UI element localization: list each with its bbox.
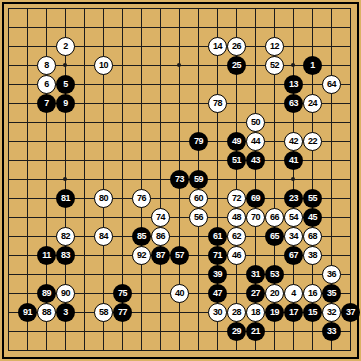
stone-move-number: 81 [61,194,70,203]
stone-move-number: 44 [251,137,260,146]
stone-black-17: 17 [284,303,303,322]
stone-white-10: 10 [94,56,113,75]
stone-move-number: 43 [251,156,260,165]
stone-white-62: 62 [227,227,246,246]
stone-white-42: 42 [284,132,303,151]
stone-move-number: 39 [213,270,222,279]
stone-white-60: 60 [189,189,208,208]
stone-black-3: 3 [56,303,75,322]
stone-white-80: 80 [94,189,113,208]
stone-white-22: 22 [303,132,322,151]
stone-move-number: 73 [175,175,184,184]
stone-move-number: 90 [61,289,70,298]
stone-black-61: 61 [208,227,227,246]
stone-move-number: 74 [156,213,165,222]
stone-move-number: 46 [232,251,241,260]
stone-move-number: 26 [232,42,241,51]
stone-move-number: 47 [213,289,222,298]
stone-black-79: 79 [189,132,208,151]
stone-black-55: 55 [303,189,322,208]
stone-move-number: 24 [308,99,317,108]
stone-move-number: 19 [270,308,279,317]
stone-move-number: 23 [289,194,298,203]
stone-move-number: 34 [289,232,298,241]
stone-black-29: 29 [227,322,246,341]
stone-move-number: 89 [42,289,51,298]
stone-move-number: 28 [232,308,241,317]
stone-move-number: 83 [61,251,70,260]
stone-white-28: 28 [227,303,246,322]
stone-move-number: 58 [99,308,108,317]
stone-white-32: 32 [322,303,341,322]
stone-black-83: 83 [56,246,75,265]
stone-white-12: 12 [265,37,284,56]
stone-move-number: 17 [289,308,298,317]
stone-white-16: 16 [303,284,322,303]
stone-white-84: 84 [94,227,113,246]
stone-black-11: 11 [37,246,56,265]
stone-move-number: 14 [213,42,222,51]
stone-black-7: 7 [37,94,56,113]
stone-black-63: 63 [284,94,303,113]
stone-black-69: 69 [246,189,265,208]
stone-white-68: 68 [303,227,322,246]
stone-white-52: 52 [265,56,284,75]
stone-move-number: 66 [270,213,279,222]
stone-move-number: 5 [63,80,68,89]
stone-black-1: 1 [303,56,322,75]
stone-black-27: 27 [246,284,265,303]
stone-white-24: 24 [303,94,322,113]
stone-move-number: 65 [270,232,279,241]
stone-move-number: 48 [232,213,241,222]
stone-black-19: 19 [265,303,284,322]
stone-move-number: 72 [232,194,241,203]
stone-black-45: 45 [303,208,322,227]
stone-move-number: 11 [42,251,51,260]
stone-black-91: 91 [18,303,37,322]
stone-white-26: 26 [227,37,246,56]
stone-move-number: 67 [289,251,298,260]
stone-move-number: 61 [213,232,222,241]
stone-white-92: 92 [132,246,151,265]
stone-move-number: 75 [118,289,127,298]
stone-move-number: 3 [63,308,68,317]
stone-move-number: 68 [308,232,317,241]
stone-white-44: 44 [246,132,265,151]
stone-black-71: 71 [208,246,227,265]
stone-black-53: 53 [265,265,284,284]
stone-black-77: 77 [113,303,132,322]
stone-white-64: 64 [322,75,341,94]
stone-black-39: 39 [208,265,227,284]
stone-black-73: 73 [170,170,189,189]
stone-white-88: 88 [37,303,56,322]
stone-move-number: 16 [308,289,317,298]
stone-move-number: 80 [99,194,108,203]
stone-move-number: 30 [213,308,222,317]
stone-move-number: 12 [270,42,279,51]
stone-move-number: 84 [99,232,108,241]
stone-white-72: 72 [227,189,246,208]
stone-black-41: 41 [284,151,303,170]
stone-move-number: 8 [44,61,49,70]
stone-black-51: 51 [227,151,246,170]
stone-black-9: 9 [56,94,75,113]
stone-move-number: 13 [289,80,298,89]
stone-move-number: 50 [251,118,260,127]
stone-move-number: 6 [44,80,49,89]
stone-move-number: 76 [137,194,146,203]
stone-black-89: 89 [37,284,56,303]
stone-move-number: 56 [194,213,203,222]
stone-white-82: 82 [56,227,75,246]
stone-move-number: 70 [251,213,260,222]
stone-white-6: 6 [37,75,56,94]
stone-move-number: 78 [213,99,222,108]
stone-black-47: 47 [208,284,227,303]
stone-move-number: 37 [346,308,355,317]
stone-move-number: 60 [194,194,203,203]
stone-black-33: 33 [322,322,341,341]
stone-black-81: 81 [56,189,75,208]
stone-move-number: 53 [270,270,279,279]
stone-move-number: 29 [232,327,241,336]
stone-move-number: 32 [327,308,336,317]
stone-black-31: 31 [246,265,265,284]
stone-move-number: 27 [251,289,260,298]
stone-move-number: 64 [327,80,336,89]
stone-white-58: 58 [94,303,113,322]
stone-black-37: 37 [341,303,360,322]
stone-white-4: 4 [284,284,303,303]
stone-white-54: 54 [284,208,303,227]
go-board[interactable]: 1234567891011121314151617181920212223242… [0,0,361,361]
stone-white-66: 66 [265,208,284,227]
stone-move-number: 41 [289,156,298,165]
stone-move-number: 85 [137,232,146,241]
stone-move-number: 9 [63,99,68,108]
stone-white-18: 18 [246,303,265,322]
stone-move-number: 20 [270,289,279,298]
stone-white-20: 20 [265,284,284,303]
stone-black-13: 13 [284,75,303,94]
stone-move-number: 54 [289,213,298,222]
stone-move-number: 2 [63,42,68,51]
stone-move-number: 38 [308,251,317,260]
stone-move-number: 59 [194,175,203,184]
stone-move-number: 91 [23,308,32,317]
stone-move-number: 31 [251,270,260,279]
stone-move-number: 4 [291,289,296,298]
stone-move-number: 10 [99,61,108,70]
stone-white-70: 70 [246,208,265,227]
stone-white-8: 8 [37,56,56,75]
stone-black-67: 67 [284,246,303,265]
stone-move-number: 92 [137,251,146,260]
stone-move-number: 21 [251,327,260,336]
stone-move-number: 35 [327,289,336,298]
stone-black-59: 59 [189,170,208,189]
stone-move-number: 77 [118,308,127,317]
stone-black-25: 25 [227,56,246,75]
stone-move-number: 52 [270,61,279,70]
stone-white-38: 38 [303,246,322,265]
stone-move-number: 69 [251,194,260,203]
stone-black-75: 75 [113,284,132,303]
stone-white-46: 46 [227,246,246,265]
stone-move-number: 82 [61,232,70,241]
stone-black-65: 65 [265,227,284,246]
stone-move-number: 57 [175,251,184,260]
stone-black-21: 21 [246,322,265,341]
stone-black-43: 43 [246,151,265,170]
stone-white-78: 78 [208,94,227,113]
stone-move-number: 42 [289,137,298,146]
stones-grid: 1234567891011121314151617181920212223242… [0,0,360,360]
stone-move-number: 79 [194,137,203,146]
stone-move-number: 63 [289,99,298,108]
stone-black-49: 49 [227,132,246,151]
stone-move-number: 51 [232,156,241,165]
stone-move-number: 55 [308,194,317,203]
stone-white-76: 76 [132,189,151,208]
stone-move-number: 7 [44,99,49,108]
stone-move-number: 45 [308,213,317,222]
stone-white-14: 14 [208,37,227,56]
stone-move-number: 88 [42,308,51,317]
stone-move-number: 18 [251,308,260,317]
stone-black-87: 87 [151,246,170,265]
stone-move-number: 40 [175,289,184,298]
stone-move-number: 71 [213,251,222,260]
stone-white-36: 36 [322,265,341,284]
stone-move-number: 62 [232,232,241,241]
stone-black-5: 5 [56,75,75,94]
stone-move-number: 25 [232,61,241,70]
stone-black-15: 15 [303,303,322,322]
stone-black-85: 85 [132,227,151,246]
stone-white-90: 90 [56,284,75,303]
stone-white-30: 30 [208,303,227,322]
stone-move-number: 49 [232,137,241,146]
stone-move-number: 87 [156,251,165,260]
stone-white-74: 74 [151,208,170,227]
stone-move-number: 15 [308,308,317,317]
stone-move-number: 36 [327,270,336,279]
stone-black-57: 57 [170,246,189,265]
stone-white-48: 48 [227,208,246,227]
stone-black-35: 35 [322,284,341,303]
stone-white-40: 40 [170,284,189,303]
stone-move-number: 33 [327,327,336,336]
stone-black-23: 23 [284,189,303,208]
stone-white-2: 2 [56,37,75,56]
stone-move-number: 86 [156,232,165,241]
stone-white-56: 56 [189,208,208,227]
stone-move-number: 22 [308,137,317,146]
stone-white-50: 50 [246,113,265,132]
stone-move-number: 1 [310,61,315,70]
stone-white-86: 86 [151,227,170,246]
stone-white-34: 34 [284,227,303,246]
